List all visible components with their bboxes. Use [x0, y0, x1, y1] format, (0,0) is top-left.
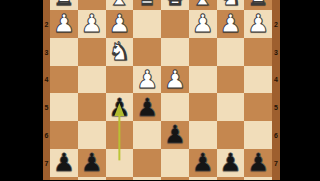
- square-g2[interactable]: ♟: [217, 10, 245, 38]
- square-b2[interactable]: ♟: [78, 10, 106, 38]
- square-c3[interactable]: ♞: [106, 38, 134, 66]
- piece-white-king-e1[interactable]: ♚: [161, 0, 189, 10]
- piece-white-pawn-a2[interactable]: ♟: [50, 10, 78, 38]
- square-f8[interactable]: ♝: [189, 177, 217, 181]
- rank-label-right-6: 6: [272, 131, 280, 138]
- piece-black-rook-a8[interactable]: ♜: [50, 177, 78, 181]
- square-b7[interactable]: ♟: [78, 149, 106, 177]
- square-b6[interactable]: [78, 121, 106, 149]
- piece-black-pawn-e6[interactable]: ♟: [161, 121, 189, 149]
- square-h2[interactable]: ♟: [244, 10, 272, 38]
- piece-white-queen-d1[interactable]: ♛: [133, 0, 161, 10]
- square-c4[interactable]: [106, 66, 134, 94]
- rank-label-left-4: 4: [43, 76, 50, 83]
- square-a4[interactable]: [50, 66, 78, 94]
- square-c6[interactable]: [106, 121, 134, 149]
- piece-white-pawn-d4[interactable]: ♟: [133, 66, 161, 94]
- piece-black-pawn-d5[interactable]: ♟: [133, 93, 161, 121]
- rank-label-right-7: 7: [272, 159, 280, 166]
- square-g7[interactable]: ♟: [217, 149, 245, 177]
- rank-label-left-2: 2: [43, 20, 50, 27]
- square-h4[interactable]: [244, 66, 272, 94]
- rank-label-right-3: 3: [272, 48, 280, 55]
- square-a3[interactable]: [50, 38, 78, 66]
- square-b4[interactable]: [78, 66, 106, 94]
- square-g5[interactable]: [217, 93, 245, 121]
- square-c7[interactable]: [106, 149, 134, 177]
- square-h7[interactable]: ♟: [244, 149, 272, 177]
- piece-black-bishop-c8[interactable]: ♝: [106, 177, 134, 181]
- square-b8[interactable]: ♞: [78, 177, 106, 181]
- rank-labels-left: 12345678: [43, 0, 50, 180]
- piece-black-pawn-a7[interactable]: ♟: [50, 149, 78, 177]
- square-h5[interactable]: [244, 93, 272, 121]
- square-d8[interactable]: ♛: [133, 177, 161, 181]
- square-e4[interactable]: ♟: [161, 66, 189, 94]
- square-a8[interactable]: ♜: [50, 177, 78, 181]
- piece-white-pawn-g2[interactable]: ♟: [217, 10, 245, 38]
- rank-label-left-5: 5: [43, 104, 50, 111]
- chess-board[interactable]: ♜♝♛♚♝♞♜♟♟♟♟♟♟♞♟♟♟♟♟♟♟♟♟♟♜♞♝♛♚♝♞♜: [50, 0, 272, 180]
- rank-label-right-2: 2: [272, 20, 280, 27]
- square-d5[interactable]: ♟: [133, 93, 161, 121]
- square-f3[interactable]: [189, 38, 217, 66]
- square-f4[interactable]: [189, 66, 217, 94]
- square-b3[interactable]: [78, 38, 106, 66]
- square-e2[interactable]: [161, 10, 189, 38]
- square-c8[interactable]: ♝: [106, 177, 134, 181]
- square-a2[interactable]: ♟: [50, 10, 78, 38]
- rank-labels-right: 12345678: [272, 0, 280, 180]
- square-d6[interactable]: [133, 121, 161, 149]
- piece-black-pawn-c5[interactable]: ♟: [106, 93, 134, 121]
- piece-black-rook-h8[interactable]: ♜: [244, 177, 272, 181]
- piece-black-pawn-h7[interactable]: ♟: [244, 149, 272, 177]
- piece-white-pawn-f2[interactable]: ♟: [189, 10, 217, 38]
- square-d4[interactable]: ♟: [133, 66, 161, 94]
- piece-black-knight-g8[interactable]: ♞: [217, 177, 245, 181]
- piece-black-pawn-f7[interactable]: ♟: [189, 149, 217, 177]
- piece-black-queen-d8[interactable]: ♛: [133, 177, 161, 181]
- square-f6[interactable]: [189, 121, 217, 149]
- square-d1[interactable]: ♛: [133, 0, 161, 10]
- square-d3[interactable]: [133, 38, 161, 66]
- rank-label-left-6: 6: [43, 131, 50, 138]
- rank-label-left-3: 3: [43, 48, 50, 55]
- board-border: 12345678 ♜♝♛♚♝♞♜♟♟♟♟♟♟♞♟♟♟♟♟♟♟♟♟♟♜♞♝♛♚♝♞…: [43, 0, 280, 180]
- piece-white-pawn-c2[interactable]: ♟: [106, 10, 134, 38]
- piece-black-bishop-f8[interactable]: ♝: [189, 177, 217, 181]
- square-e5[interactable]: [161, 93, 189, 121]
- square-g4[interactable]: [217, 66, 245, 94]
- piece-white-pawn-e4[interactable]: ♟: [161, 66, 189, 94]
- rank-label-right-5: 5: [272, 104, 280, 111]
- square-h8[interactable]: ♜: [244, 177, 272, 181]
- square-a5[interactable]: [50, 93, 78, 121]
- square-b5[interactable]: [78, 93, 106, 121]
- piece-black-pawn-g7[interactable]: ♟: [217, 149, 245, 177]
- square-g8[interactable]: ♞: [217, 177, 245, 181]
- square-a7[interactable]: ♟: [50, 149, 78, 177]
- square-f2[interactable]: ♟: [189, 10, 217, 38]
- rank-label-left-7: 7: [43, 159, 50, 166]
- square-g3[interactable]: [217, 38, 245, 66]
- square-c2[interactable]: ♟: [106, 10, 134, 38]
- piece-white-knight-c3[interactable]: ♞: [106, 38, 134, 66]
- square-g6[interactable]: [217, 121, 245, 149]
- piece-black-king-e8[interactable]: ♚: [161, 177, 189, 181]
- square-e3[interactable]: [161, 38, 189, 66]
- piece-black-knight-b8[interactable]: ♞: [78, 177, 106, 181]
- square-e8[interactable]: ♚: [161, 177, 189, 181]
- square-f7[interactable]: ♟: [189, 149, 217, 177]
- rank-label-right-4: 4: [272, 76, 280, 83]
- square-h3[interactable]: [244, 38, 272, 66]
- video-frame: 12345678 ♜♝♛♚♝♞♜♟♟♟♟♟♟♞♟♟♟♟♟♟♟♟♟♟♜♞♝♛♚♝♞…: [0, 0, 320, 180]
- square-h6[interactable]: [244, 121, 272, 149]
- square-f5[interactable]: [189, 93, 217, 121]
- square-d7[interactable]: [133, 149, 161, 177]
- square-e7[interactable]: [161, 149, 189, 177]
- square-a6[interactable]: [50, 121, 78, 149]
- square-d2[interactable]: [133, 10, 161, 38]
- square-e6[interactable]: ♟: [161, 121, 189, 149]
- piece-black-pawn-b7[interactable]: ♟: [78, 149, 106, 177]
- square-c5[interactable]: ♟: [106, 93, 134, 121]
- piece-white-pawn-h2[interactable]: ♟: [244, 10, 272, 38]
- piece-white-pawn-b2[interactable]: ♟: [78, 10, 106, 38]
- square-e1[interactable]: ♚: [161, 0, 189, 10]
